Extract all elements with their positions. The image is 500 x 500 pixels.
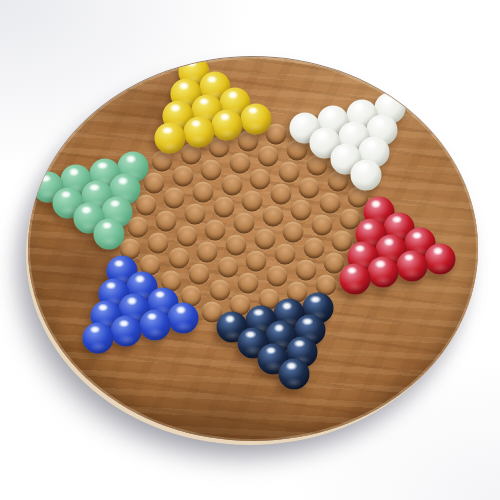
board-hole[interactable] bbox=[266, 266, 287, 287]
marble-blue[interactable] bbox=[168, 303, 199, 334]
board-hole[interactable] bbox=[217, 257, 238, 278]
board-hole[interactable] bbox=[193, 181, 214, 202]
marble-black[interactable] bbox=[278, 359, 309, 390]
marble-white[interactable] bbox=[351, 159, 382, 190]
marble-yellow[interactable] bbox=[155, 123, 186, 154]
marble-blue[interactable] bbox=[82, 323, 113, 354]
board-hole[interactable] bbox=[291, 199, 312, 220]
marble-red[interactable] bbox=[339, 263, 370, 294]
board-hole[interactable] bbox=[176, 226, 197, 247]
board-hole[interactable] bbox=[205, 219, 226, 240]
marble-yellow[interactable] bbox=[183, 116, 214, 147]
photo-scene bbox=[0, 0, 500, 500]
board-hole[interactable] bbox=[238, 272, 259, 293]
board-hole[interactable] bbox=[270, 184, 291, 205]
board-hole[interactable] bbox=[278, 162, 299, 183]
board-hole[interactable] bbox=[213, 197, 234, 218]
board-hole[interactable] bbox=[262, 206, 283, 227]
marble-red[interactable] bbox=[425, 244, 456, 275]
marble-blue[interactable] bbox=[139, 309, 170, 340]
marble-red[interactable] bbox=[368, 257, 399, 288]
board-hole[interactable] bbox=[250, 168, 271, 189]
board-hole[interactable] bbox=[266, 124, 287, 145]
board-hole[interactable] bbox=[143, 172, 164, 193]
board-hole[interactable] bbox=[275, 244, 296, 265]
board-hole[interactable] bbox=[283, 222, 304, 243]
board-hole[interactable] bbox=[156, 210, 177, 231]
board-hole[interactable] bbox=[254, 228, 275, 249]
chinese-checkers-board bbox=[28, 57, 478, 441]
board-hole[interactable] bbox=[172, 166, 193, 187]
board-hole[interactable] bbox=[319, 193, 340, 214]
board-hole[interactable] bbox=[168, 248, 189, 269]
board-hole[interactable] bbox=[127, 217, 148, 238]
board-hole[interactable] bbox=[299, 177, 320, 198]
board-hole[interactable] bbox=[201, 159, 222, 180]
board-hole[interactable] bbox=[229, 153, 250, 174]
board-hole[interactable] bbox=[242, 190, 263, 211]
marble-green[interactable] bbox=[94, 218, 125, 249]
board-hole[interactable] bbox=[209, 279, 230, 300]
board-hole[interactable] bbox=[234, 213, 255, 234]
board-hole[interactable] bbox=[303, 237, 324, 258]
marble-yellow[interactable] bbox=[212, 110, 243, 141]
board-hole[interactable] bbox=[258, 146, 279, 167]
board-hole[interactable] bbox=[189, 263, 210, 284]
board-hole[interactable] bbox=[221, 175, 242, 196]
board-hole[interactable] bbox=[164, 188, 185, 209]
board-hole[interactable] bbox=[197, 241, 218, 262]
marble-red[interactable] bbox=[396, 250, 427, 281]
board-hole[interactable] bbox=[225, 235, 246, 256]
marble-yellow[interactable] bbox=[240, 103, 271, 134]
board-cells bbox=[28, 57, 478, 441]
marble-blue[interactable] bbox=[111, 316, 142, 347]
board-hole[interactable] bbox=[311, 215, 332, 236]
board-hole[interactable] bbox=[184, 203, 205, 224]
board-hole[interactable] bbox=[295, 259, 316, 280]
board-hole[interactable] bbox=[246, 250, 267, 271]
board-hole[interactable] bbox=[135, 194, 156, 215]
board-hole[interactable] bbox=[148, 232, 169, 253]
